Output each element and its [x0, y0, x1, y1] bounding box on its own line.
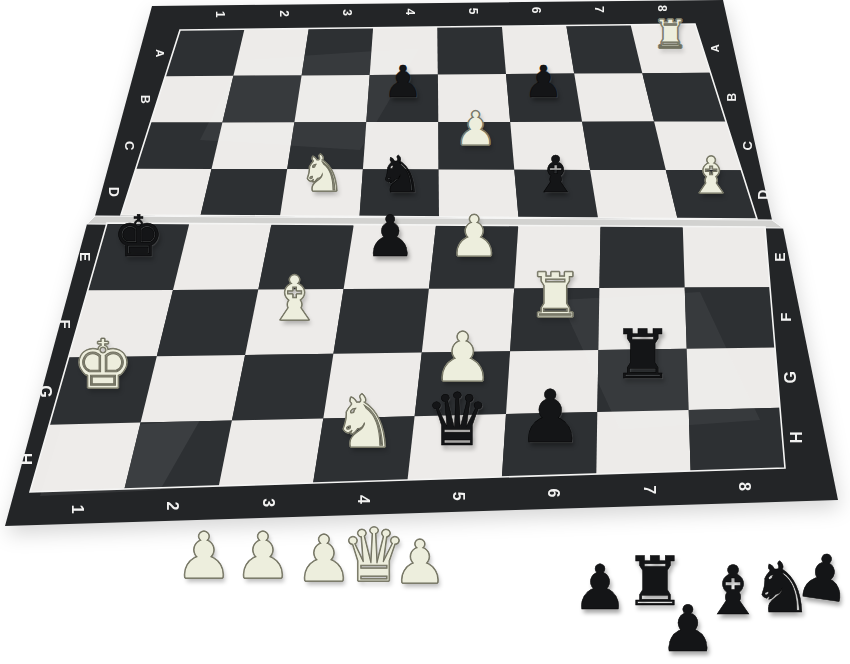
black-pawn-B4[interactable]: ♟	[381, 60, 425, 104]
white-knight-H4[interactable]: ♞	[328, 385, 401, 458]
black-pawn-B6[interactable]: ♟	[521, 60, 565, 104]
black-queen-H5[interactable]: ♛	[421, 383, 494, 456]
white-pawn-offboard-2[interactable]: ♟	[231, 524, 295, 588]
black-bishop-D6[interactable]: ♝	[530, 149, 581, 200]
white-rook-F6[interactable]: ♜	[524, 265, 586, 327]
white-bishop-D8[interactable]: ♝	[686, 150, 737, 201]
pieces-layer: ♜♟♟♟♞♞♝♝♚♟♟♝♜♚♟♜♞♛♟♟♟♟♛♟♟♜♟♝♞♟	[0, 0, 850, 664]
black-rook-G7[interactable]: ♜	[609, 321, 677, 389]
photo-background: 1122334455667788AABBCCDDEEFFGGHH ♜♟♟♟♞♞♝…	[0, 0, 850, 664]
black-king-E1[interactable]: ♚	[110, 208, 167, 265]
white-pawn-offboard-1[interactable]: ♟	[172, 524, 236, 588]
white-bishop-F3[interactable]: ♝	[264, 268, 326, 330]
black-knight-D4[interactable]: ♞	[374, 149, 425, 200]
black-pawn-E4[interactable]: ♟	[362, 208, 419, 265]
white-pawn-E5[interactable]: ♟	[446, 208, 503, 265]
black-pawn-offboard-6[interactable]: ♟	[789, 543, 850, 613]
white-king-G1[interactable]: ♚	[69, 331, 137, 399]
white-pawn-offboard-5[interactable]: ♟	[390, 532, 450, 592]
white-pawn-C5[interactable]: ♟	[452, 105, 499, 152]
white-knight-D3[interactable]: ♞	[297, 148, 348, 199]
black-pawn-H6[interactable]: ♟	[514, 380, 587, 453]
white-rook-A8[interactable]: ♜	[650, 14, 690, 54]
